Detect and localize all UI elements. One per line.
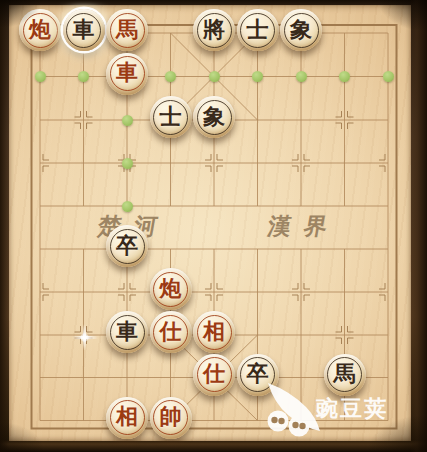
piece-character: 將: [203, 19, 225, 41]
piece-red-advisor[interactable]: 仕: [193, 354, 235, 396]
piece-character: 象: [203, 106, 225, 128]
piece-black-elephant[interactable]: 象: [280, 9, 322, 51]
xiangqi-board[interactable]: 楚河 漢界 炮車馬將士象車士象卒炮車仕相仕卒馬相帥 豌豆荚: [0, 0, 427, 452]
piece-black-advisor[interactable]: 士: [150, 96, 192, 138]
piece-black-elephant[interactable]: 象: [193, 96, 235, 138]
piece-red-elephant[interactable]: 相: [106, 397, 148, 439]
piece-character: 炮: [29, 19, 51, 41]
move-hint-dot[interactable]: [122, 158, 133, 169]
move-hint-dot[interactable]: [296, 71, 307, 82]
piece-black-chariot[interactable]: 車: [106, 311, 148, 353]
piece-character: 卒: [247, 363, 269, 385]
piece-red-horse[interactable]: 馬: [106, 9, 148, 51]
move-hint-dot[interactable]: [209, 71, 220, 82]
piece-red-elephant[interactable]: 相: [193, 311, 235, 353]
piece-red-advisor[interactable]: 仕: [150, 311, 192, 353]
piece-character: 馬: [334, 363, 356, 385]
move-hint-dot[interactable]: [383, 71, 394, 82]
piece-character: 馬: [116, 19, 138, 41]
river-label-right: 漢界: [251, 211, 357, 243]
piece-red-general[interactable]: 帥: [150, 397, 192, 439]
piece-character: 仕: [203, 363, 225, 385]
piece-character: 炮: [160, 278, 182, 300]
move-hint-dot[interactable]: [165, 71, 176, 82]
move-hint-dot[interactable]: [252, 71, 263, 82]
move-hint-dot[interactable]: [339, 71, 350, 82]
piece-character: 象: [290, 19, 312, 41]
piece-character: 車: [116, 321, 138, 343]
piece-red-chariot[interactable]: 車: [106, 53, 148, 95]
piece-character: 帥: [160, 406, 182, 428]
piece-character: 車: [73, 19, 95, 41]
piece-red-cannon[interactable]: 炮: [19, 9, 61, 51]
piece-character: 相: [203, 321, 225, 343]
piece-character: 相: [116, 406, 138, 428]
move-hint-dot[interactable]: [35, 71, 46, 82]
piece-character: 士: [160, 106, 182, 128]
piece-character: 卒: [116, 235, 138, 257]
piece-red-cannon[interactable]: 炮: [150, 268, 192, 310]
piece-black-soldier[interactable]: 卒: [237, 354, 279, 396]
piece-black-chariot[interactable]: 車: [63, 9, 105, 51]
piece-character: 車: [116, 62, 138, 84]
piece-character: 士: [247, 19, 269, 41]
piece-black-general[interactable]: 將: [193, 9, 235, 51]
move-hint-dot[interactable]: [122, 115, 133, 126]
piece-black-horse[interactable]: 馬: [324, 354, 366, 396]
move-hint-dot[interactable]: [122, 201, 133, 212]
piece-character: 仕: [160, 321, 182, 343]
piece-black-advisor[interactable]: 士: [237, 9, 279, 51]
piece-black-soldier[interactable]: 卒: [106, 225, 148, 267]
move-hint-dot[interactable]: [78, 71, 89, 82]
